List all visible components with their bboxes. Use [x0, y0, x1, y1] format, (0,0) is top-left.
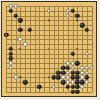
black-stone[interactable] — [8, 8, 13, 13]
star-point — [76, 19, 78, 21]
white-stone[interactable] — [13, 75, 18, 80]
grid-line-horizontal — [6, 68, 92, 69]
last-move-marker — [5, 33, 7, 35]
star-point — [48, 19, 50, 21]
white-stone[interactable] — [8, 65, 13, 70]
grid-line-vertical — [92, 6, 93, 92]
white-stone[interactable] — [18, 37, 23, 42]
black-stone[interactable] — [84, 27, 89, 32]
black-stone[interactable] — [18, 18, 23, 23]
star-point — [48, 48, 50, 50]
white-stone[interactable] — [80, 84, 85, 89]
black-stone[interactable] — [70, 51, 75, 56]
white-stone[interactable] — [23, 42, 28, 47]
white-stone[interactable] — [46, 8, 51, 13]
black-stone[interactable] — [70, 8, 75, 13]
grid-line-horizontal — [6, 58, 92, 59]
star-point — [48, 76, 50, 78]
black-stone[interactable] — [18, 27, 23, 32]
white-stone[interactable] — [89, 65, 94, 70]
black-stone[interactable] — [37, 84, 42, 89]
white-stone[interactable] — [84, 51, 89, 56]
black-stone[interactable] — [75, 13, 80, 18]
white-stone[interactable] — [65, 13, 70, 18]
white-stone[interactable] — [84, 80, 89, 85]
black-stone[interactable] — [75, 61, 80, 66]
black-stone[interactable] — [27, 27, 32, 32]
black-stone[interactable] — [75, 89, 80, 94]
star-point — [19, 76, 21, 78]
black-stone[interactable] — [13, 13, 18, 18]
go-board[interactable] — [1, 1, 97, 97]
white-stone[interactable] — [13, 4, 18, 9]
star-point — [19, 48, 21, 50]
grid-line-horizontal — [6, 54, 92, 55]
star-point — [76, 48, 78, 50]
black-stone[interactable] — [80, 23, 85, 28]
white-stone[interactable] — [51, 84, 56, 89]
black-stone[interactable] — [23, 80, 28, 85]
